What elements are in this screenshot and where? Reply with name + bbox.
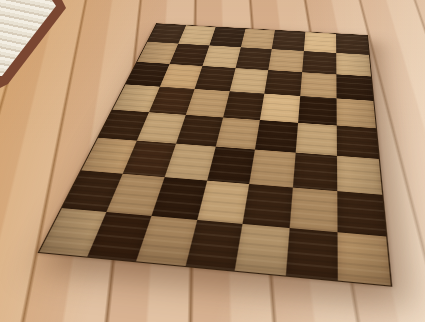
rug-square-light bbox=[235, 223, 290, 274]
rug-square-light bbox=[337, 232, 390, 285]
rug-square-light bbox=[336, 52, 371, 75]
rug-square-light bbox=[295, 122, 336, 155]
rug-square-dark bbox=[255, 119, 298, 152]
rug-square-dark bbox=[235, 47, 272, 70]
room-photo bbox=[0, 0, 425, 322]
checkered-rug-stage bbox=[0, 0, 425, 322]
rug-square-light bbox=[229, 67, 268, 92]
rug-square-dark bbox=[222, 91, 264, 120]
rug-square-light bbox=[260, 93, 300, 122]
rug-square-light bbox=[215, 117, 260, 150]
rug-square-light bbox=[289, 187, 337, 232]
rug-square-light bbox=[336, 98, 375, 128]
rug-square-dark bbox=[242, 184, 292, 228]
rug-square-dark bbox=[264, 70, 302, 96]
rug-square-dark bbox=[293, 152, 337, 190]
rug-square-dark bbox=[298, 95, 337, 124]
rug-square-light bbox=[337, 155, 382, 194]
rug-square-dark bbox=[336, 74, 373, 100]
rug-square-dark bbox=[337, 191, 386, 236]
rug-square-dark bbox=[272, 30, 305, 51]
rug-square-dark bbox=[209, 27, 245, 47]
rug-square-dark bbox=[286, 228, 338, 280]
rug-square-light bbox=[240, 28, 275, 48]
rug-square-dark bbox=[336, 33, 369, 54]
rug-square-dark bbox=[302, 51, 336, 74]
rug-square-dark bbox=[206, 146, 255, 183]
rug-square-light bbox=[300, 72, 336, 98]
rug-square-light bbox=[268, 49, 303, 72]
rug-square-dark bbox=[336, 125, 378, 159]
rug-square-light bbox=[249, 149, 295, 187]
checkerboard-rug bbox=[37, 23, 392, 286]
rug-square-light bbox=[196, 180, 249, 223]
rug-square-light bbox=[304, 32, 336, 53]
